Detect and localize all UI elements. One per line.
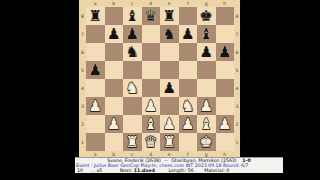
square-h7[interactable] [216, 25, 235, 43]
piece-white-bishop: ♝ [200, 115, 213, 133]
rank-labels-right: 87654321 [234, 7, 240, 151]
file-label-g: g [197, 0, 216, 7]
rank-label-3: 3 [234, 97, 240, 115]
piece-black-pawn: ♟ [218, 43, 231, 61]
square-c4[interactable]: ♞ [123, 79, 142, 97]
square-f4[interactable] [179, 79, 198, 97]
square-f2[interactable]: ♟ [179, 115, 198, 133]
piece-white-pawn: ♟ [144, 97, 157, 115]
piece-white-pawn: ♟ [107, 115, 120, 133]
rank-label-4: 4 [79, 79, 86, 97]
square-e3[interactable] [160, 97, 179, 115]
rank-label-6: 6 [79, 43, 86, 61]
rank-label-1: 1 [79, 133, 86, 151]
piece-black-pawn: ♟ [181, 25, 194, 43]
piece-white-pawn: ♟ [181, 115, 194, 133]
piece-white-knight: ♞ [181, 97, 194, 115]
square-d3[interactable]: ♟ [142, 97, 161, 115]
square-b3[interactable] [105, 97, 124, 115]
square-c8[interactable]: ♝ [123, 7, 142, 25]
material-label: Material: [204, 168, 225, 173]
square-e6[interactable] [160, 43, 179, 61]
square-a1[interactable] [86, 133, 105, 151]
square-c6[interactable]: ♞ [123, 43, 142, 61]
last-move-number: 10 [77, 168, 83, 173]
piece-white-pawn: ♟ [89, 97, 102, 115]
piece-white-rook: ♜ [126, 133, 139, 151]
file-label-h: h [216, 0, 235, 7]
piece-black-pawn: ♟ [126, 25, 139, 43]
square-g8[interactable]: ♚ [197, 7, 216, 25]
length-value: 56 [188, 168, 194, 173]
rank-label-5: 5 [234, 61, 240, 79]
square-c1[interactable]: ♜ [123, 133, 142, 151]
piece-white-king: ♚ [200, 133, 213, 151]
square-c5[interactable] [123, 61, 142, 79]
square-h1[interactable] [216, 133, 235, 151]
last-move: ... a5 [90, 168, 102, 173]
move-info-line: 10 ... a5 Next: 11.dxe4 Length: 56 Mater… [75, 168, 283, 173]
rank-label-3: 3 [79, 97, 86, 115]
file-label-f: f [179, 0, 198, 7]
square-g7[interactable]: ♝ [197, 25, 216, 43]
square-g6[interactable]: ♟ [197, 43, 216, 61]
next-move[interactable]: 11.dxe4 [134, 168, 155, 173]
piece-black-knight: ♞ [163, 25, 176, 43]
square-g5[interactable] [197, 61, 216, 79]
file-label-b: b [105, 0, 124, 7]
game-info-panel: Svane, Frederik (2638) -- Gharibyan, Mam… [75, 157, 283, 173]
square-f8[interactable] [179, 7, 198, 25]
rank-label-7: 7 [79, 25, 86, 43]
length-label: Length: [168, 168, 186, 173]
file-label-e: e [160, 0, 179, 7]
square-e8[interactable]: ♜ [160, 7, 179, 25]
square-e2[interactable]: ♟ [160, 115, 179, 133]
rank-label-7: 7 [234, 25, 240, 43]
board: ♜♝♛♜♚♟♟♞♟♝♞♟♟♟♞♟♟♟♞♟♟♝♟♟♝♟♜♛♜♚ [86, 7, 234, 151]
square-h4[interactable] [216, 79, 235, 97]
square-a4[interactable] [86, 79, 105, 97]
square-e5[interactable] [160, 61, 179, 79]
piece-black-pawn: ♟ [89, 61, 102, 79]
square-a2[interactable] [86, 115, 105, 133]
rank-label-8: 8 [234, 7, 240, 25]
piece-black-pawn: ♟ [163, 79, 176, 97]
square-d4[interactable] [142, 79, 161, 97]
piece-black-pawn: ♟ [200, 43, 213, 61]
square-b5[interactable] [105, 61, 124, 79]
rank-label-2: 2 [79, 115, 86, 133]
square-d1[interactable]: ♛ [142, 133, 161, 151]
piece-black-king: ♚ [200, 7, 213, 25]
square-f5[interactable] [179, 61, 198, 79]
square-f7[interactable]: ♟ [179, 25, 198, 43]
square-d2[interactable]: ♝ [142, 115, 161, 133]
square-e4[interactable]: ♟ [160, 79, 179, 97]
rank-label-4: 4 [234, 79, 240, 97]
square-b2[interactable]: ♟ [105, 115, 124, 133]
square-b7[interactable]: ♟ [105, 25, 124, 43]
square-d8[interactable]: ♛ [142, 7, 161, 25]
piece-white-pawn: ♟ [218, 115, 231, 133]
piece-white-pawn: ♟ [163, 115, 176, 133]
square-h6[interactable]: ♟ [216, 43, 235, 61]
square-a7[interactable] [86, 25, 105, 43]
square-f3[interactable]: ♞ [179, 97, 198, 115]
square-d5[interactable] [142, 61, 161, 79]
piece-white-queen: ♛ [144, 133, 157, 151]
piece-black-rook: ♜ [89, 7, 102, 25]
square-g2[interactable]: ♝ [197, 115, 216, 133]
piece-black-knight: ♞ [126, 43, 139, 61]
file-label-a: a [86, 0, 105, 7]
piece-white-pawn: ♟ [200, 97, 213, 115]
file-labels-top: abcdefgh [86, 0, 234, 7]
square-e1[interactable]: ♜ [160, 133, 179, 151]
square-a5[interactable]: ♟ [86, 61, 105, 79]
piece-black-pawn: ♟ [107, 25, 120, 43]
square-c2[interactable] [123, 115, 142, 133]
file-label-c: c [123, 0, 142, 7]
square-h2[interactable]: ♟ [216, 115, 235, 133]
square-h3[interactable] [216, 97, 235, 115]
square-e7[interactable]: ♞ [160, 25, 179, 43]
square-b8[interactable] [105, 7, 124, 25]
rank-labels-left: 87654321 [79, 7, 86, 151]
square-d6[interactable] [142, 43, 161, 61]
chess-board-window: abcdefgh abcdefgh 87654321 87654321 ♜♝♛♜… [79, 0, 240, 157]
piece-black-rook: ♜ [163, 7, 176, 25]
square-g1[interactable]: ♚ [197, 133, 216, 151]
next-move-label: Next: [120, 168, 133, 173]
square-h8[interactable] [216, 7, 235, 25]
rank-label-8: 8 [79, 7, 86, 25]
square-a3[interactable]: ♟ [86, 97, 105, 115]
square-f6[interactable] [179, 43, 198, 61]
square-d7[interactable] [142, 25, 161, 43]
square-h5[interactable] [216, 61, 235, 79]
square-f1[interactable] [179, 133, 198, 151]
piece-black-bishop: ♝ [126, 7, 139, 25]
rank-label-1: 1 [234, 133, 240, 151]
rank-label-2: 2 [234, 115, 240, 133]
piece-black-bishop: ♝ [200, 25, 213, 43]
square-g4[interactable] [197, 79, 216, 97]
square-b1[interactable] [105, 133, 124, 151]
square-c7[interactable]: ♟ [123, 25, 142, 43]
square-g3[interactable]: ♟ [197, 97, 216, 115]
square-a6[interactable] [86, 43, 105, 61]
piece-black-queen: ♛ [144, 7, 157, 25]
rank-label-5: 5 [79, 61, 86, 79]
file-label-d: d [142, 0, 161, 7]
square-b4[interactable] [105, 79, 124, 97]
square-a8[interactable]: ♜ [86, 7, 105, 25]
video-frame: { "game": "chess", "position": { "fen": … [0, 0, 320, 180]
material-value: 0 [226, 168, 229, 173]
square-b6[interactable] [105, 43, 124, 61]
piece-white-knight: ♞ [126, 79, 139, 97]
rank-label-6: 6 [234, 43, 240, 61]
square-c3[interactable] [123, 97, 142, 115]
piece-white-rook: ♜ [163, 133, 176, 151]
piece-white-bishop: ♝ [144, 115, 157, 133]
